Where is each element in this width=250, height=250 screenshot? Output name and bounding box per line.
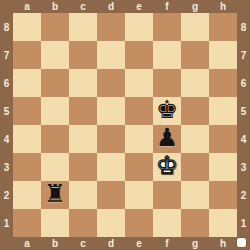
rank-label-3: 3: [0, 153, 13, 181]
rank-label-2: 2: [237, 181, 250, 209]
square-f7[interactable]: [153, 41, 181, 69]
file-label-f: f: [153, 237, 181, 250]
square-f2[interactable]: [153, 181, 181, 209]
square-b3[interactable]: [41, 153, 69, 181]
file-label-a: a: [13, 0, 41, 13]
black-king[interactable]: ♚: [156, 96, 178, 124]
file-label-g: g: [181, 0, 209, 13]
square-h2[interactable]: [209, 181, 237, 209]
square-c1[interactable]: [69, 209, 97, 237]
rank-labels-right: 87654321: [237, 13, 250, 237]
square-c7[interactable]: [69, 41, 97, 69]
square-e3[interactable]: [125, 153, 153, 181]
square-c5[interactable]: [69, 97, 97, 125]
square-d6[interactable]: [97, 69, 125, 97]
square-h8[interactable]: [209, 13, 237, 41]
rank-label-5: 5: [237, 97, 250, 125]
square-b2[interactable]: ♜: [41, 181, 69, 209]
chess-board: ♚♟♚♜: [13, 13, 237, 237]
rank-label-6: 6: [0, 69, 13, 97]
white-king[interactable]: ♚: [156, 152, 178, 180]
file-label-g: g: [181, 237, 209, 250]
square-h3[interactable]: [209, 153, 237, 181]
square-g3[interactable]: [181, 153, 209, 181]
square-g8[interactable]: [181, 13, 209, 41]
file-label-d: d: [97, 0, 125, 13]
side-to-move-indicator: [237, 238, 246, 247]
rank-label-6: 6: [237, 69, 250, 97]
chess-board-frame: abcdefgh abcdefgh 87654321 87654321 ♚♟♚♜: [0, 0, 250, 250]
black-pawn[interactable]: ♟: [156, 124, 178, 152]
square-a5[interactable]: [13, 97, 41, 125]
square-d5[interactable]: [97, 97, 125, 125]
file-label-d: d: [97, 237, 125, 250]
square-d8[interactable]: [97, 13, 125, 41]
square-d2[interactable]: [97, 181, 125, 209]
square-d1[interactable]: [97, 209, 125, 237]
square-h5[interactable]: [209, 97, 237, 125]
file-labels-bottom: abcdefgh: [13, 237, 237, 250]
square-d4[interactable]: [97, 125, 125, 153]
square-f1[interactable]: [153, 209, 181, 237]
square-f4[interactable]: ♟: [153, 125, 181, 153]
square-g1[interactable]: [181, 209, 209, 237]
rank-label-8: 8: [0, 13, 13, 41]
square-b7[interactable]: [41, 41, 69, 69]
square-e8[interactable]: [125, 13, 153, 41]
square-e6[interactable]: [125, 69, 153, 97]
file-label-c: c: [69, 237, 97, 250]
square-f8[interactable]: [153, 13, 181, 41]
file-label-h: h: [209, 237, 237, 250]
square-a8[interactable]: [13, 13, 41, 41]
square-c3[interactable]: [69, 153, 97, 181]
square-b4[interactable]: [41, 125, 69, 153]
square-g2[interactable]: [181, 181, 209, 209]
square-a6[interactable]: [13, 69, 41, 97]
square-e1[interactable]: [125, 209, 153, 237]
rank-label-1: 1: [0, 209, 13, 237]
square-c6[interactable]: [69, 69, 97, 97]
file-label-f: f: [153, 0, 181, 13]
square-b6[interactable]: [41, 69, 69, 97]
file-label-e: e: [125, 237, 153, 250]
file-label-e: e: [125, 0, 153, 13]
rank-label-7: 7: [237, 41, 250, 69]
square-g6[interactable]: [181, 69, 209, 97]
square-h1[interactable]: [209, 209, 237, 237]
square-c8[interactable]: [69, 13, 97, 41]
rank-labels-left: 87654321: [0, 13, 13, 237]
square-d7[interactable]: [97, 41, 125, 69]
square-b1[interactable]: [41, 209, 69, 237]
square-a1[interactable]: [13, 209, 41, 237]
square-f5[interactable]: ♚: [153, 97, 181, 125]
square-g4[interactable]: [181, 125, 209, 153]
square-c2[interactable]: [69, 181, 97, 209]
square-c4[interactable]: [69, 125, 97, 153]
square-e4[interactable]: [125, 125, 153, 153]
file-label-b: b: [41, 0, 69, 13]
rank-label-7: 7: [0, 41, 13, 69]
square-e2[interactable]: [125, 181, 153, 209]
square-d3[interactable]: [97, 153, 125, 181]
square-h4[interactable]: [209, 125, 237, 153]
rank-label-2: 2: [0, 181, 13, 209]
black-rook[interactable]: ♜: [44, 180, 66, 208]
square-h6[interactable]: [209, 69, 237, 97]
square-b5[interactable]: [41, 97, 69, 125]
rank-label-3: 3: [237, 153, 250, 181]
rank-label-4: 4: [237, 125, 250, 153]
square-a7[interactable]: [13, 41, 41, 69]
rank-label-8: 8: [237, 13, 250, 41]
square-b8[interactable]: [41, 13, 69, 41]
square-e5[interactable]: [125, 97, 153, 125]
square-e7[interactable]: [125, 41, 153, 69]
file-label-b: b: [41, 237, 69, 250]
square-f6[interactable]: [153, 69, 181, 97]
rank-label-4: 4: [0, 125, 13, 153]
square-g7[interactable]: [181, 41, 209, 69]
file-label-a: a: [13, 237, 41, 250]
rank-label-1: 1: [237, 209, 250, 237]
square-a2[interactable]: [13, 181, 41, 209]
file-label-c: c: [69, 0, 97, 13]
square-f3[interactable]: ♚: [153, 153, 181, 181]
square-g5[interactable]: [181, 97, 209, 125]
file-label-h: h: [209, 0, 237, 13]
square-h7[interactable]: [209, 41, 237, 69]
file-labels-top: abcdefgh: [13, 0, 237, 13]
rank-label-5: 5: [0, 97, 13, 125]
square-a3[interactable]: [13, 153, 41, 181]
square-a4[interactable]: [13, 125, 41, 153]
